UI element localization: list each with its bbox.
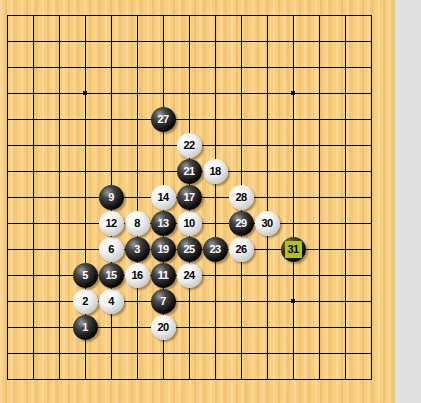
stone-white-18: 18 (203, 159, 228, 184)
stone-number: 31 (287, 244, 298, 255)
stone-white-26: 26 (229, 237, 254, 262)
stone-black-19: 19 (151, 237, 176, 262)
stone-black-9: 9 (99, 185, 124, 210)
stone-black-27: 27 (151, 107, 176, 132)
stone-number: 18 (209, 166, 220, 177)
stone-white-12: 12 (99, 211, 124, 236)
stone-number: 15 (105, 270, 116, 281)
stone-number: 14 (157, 192, 168, 203)
stone-number: 24 (183, 270, 194, 281)
stone-black-21: 21 (177, 159, 202, 184)
star-point (291, 299, 295, 303)
stone-white-24: 24 (177, 263, 202, 288)
stone-black-31: 31 (281, 237, 306, 262)
grid-line-horizontal (7, 301, 372, 302)
stone-white-6: 6 (99, 237, 124, 262)
stone-number: 12 (105, 218, 116, 229)
grid-line-horizontal (7, 327, 372, 328)
grid-line-vertical (371, 15, 372, 380)
stone-number: 5 (82, 270, 88, 281)
stone-black-11: 11 (151, 263, 176, 288)
stone-white-8: 8 (125, 211, 150, 236)
stone-black-1: 1 (73, 315, 98, 340)
stone-number: 17 (183, 192, 194, 203)
stone-number: 21 (183, 166, 194, 177)
stone-number: 23 (209, 244, 220, 255)
grid-line-vertical (345, 15, 346, 380)
stone-number: 22 (183, 140, 194, 151)
stone-number: 11 (158, 270, 169, 281)
stone-number: 27 (157, 114, 168, 125)
stone-number: 3 (134, 244, 140, 255)
stone-white-16: 16 (125, 263, 150, 288)
stone-number: 25 (183, 244, 194, 255)
gomoku-app-window: 1234567891011121314151617181920212223242… (0, 0, 421, 403)
stone-number: 19 (157, 244, 168, 255)
stone-number: 26 (235, 244, 246, 255)
stone-black-25: 25 (177, 237, 202, 262)
stone-number: 8 (134, 218, 140, 229)
stone-number: 28 (235, 192, 246, 203)
stone-number: 30 (261, 218, 272, 229)
stone-black-23: 23 (203, 237, 228, 262)
stone-white-28: 28 (229, 185, 254, 210)
stone-number: 1 (82, 322, 88, 333)
grid-line-vertical (293, 15, 294, 380)
stone-white-2: 2 (73, 289, 98, 314)
stone-black-15: 15 (99, 263, 124, 288)
stone-number: 2 (82, 296, 88, 307)
gomoku-board[interactable]: 1234567891011121314151617181920212223242… (0, 0, 395, 403)
stone-number: 20 (157, 322, 168, 333)
stone-number: 7 (160, 296, 166, 307)
stone-black-17: 17 (177, 185, 202, 210)
grid-line-horizontal (7, 379, 372, 380)
grid-line-horizontal (7, 353, 372, 354)
stone-number: 29 (235, 218, 246, 229)
grid-line-vertical (215, 15, 216, 380)
stone-number: 4 (108, 296, 114, 307)
stone-black-5: 5 (73, 263, 98, 288)
stone-white-22: 22 (177, 133, 202, 158)
last-move-marker: 31 (285, 241, 302, 258)
star-point (83, 91, 87, 95)
star-point (291, 91, 295, 95)
grid-line-vertical (319, 15, 320, 380)
grid-line-vertical (267, 15, 268, 380)
stone-white-30: 30 (255, 211, 280, 236)
stone-number: 13 (157, 218, 168, 229)
stone-white-20: 20 (151, 315, 176, 340)
stone-black-3: 3 (125, 237, 150, 262)
stone-black-7: 7 (151, 289, 176, 314)
stone-number: 16 (131, 270, 142, 281)
stone-number: 10 (183, 218, 194, 229)
stone-white-10: 10 (177, 211, 202, 236)
stone-white-14: 14 (151, 185, 176, 210)
stone-number: 9 (108, 192, 114, 203)
stone-white-4: 4 (99, 289, 124, 314)
stone-black-13: 13 (151, 211, 176, 236)
stone-black-29: 29 (229, 211, 254, 236)
stone-number: 6 (108, 244, 114, 255)
